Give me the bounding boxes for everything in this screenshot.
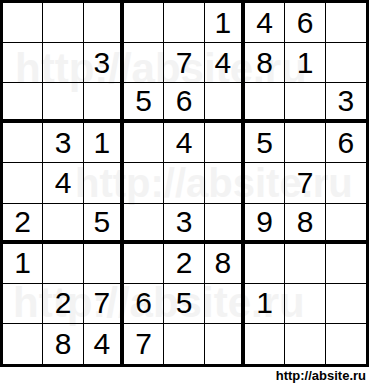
cell-r9c1[interactable] bbox=[3, 324, 43, 364]
cell-r3c8[interactable] bbox=[285, 83, 325, 123]
cell-r3c7[interactable] bbox=[245, 83, 285, 123]
cell-r3c5: 6 bbox=[164, 83, 204, 123]
cell-r8c5: 5 bbox=[164, 284, 204, 324]
cell-r4c8[interactable] bbox=[285, 123, 325, 163]
cell-r7c3[interactable] bbox=[84, 244, 124, 284]
cell-r3c1[interactable] bbox=[3, 83, 43, 123]
cell-r9c7[interactable] bbox=[245, 324, 285, 364]
cell-r6c1: 2 bbox=[3, 204, 43, 244]
cell-r6c7: 9 bbox=[245, 204, 285, 244]
cell-r9c8[interactable] bbox=[285, 324, 325, 364]
cell-r2c9[interactable] bbox=[326, 43, 366, 83]
cell-r6c2[interactable] bbox=[43, 204, 83, 244]
cell-r8c1[interactable] bbox=[3, 284, 43, 324]
cell-r7c9[interactable] bbox=[326, 244, 366, 284]
cell-r2c5: 7 bbox=[164, 43, 204, 83]
cell-r2c6: 4 bbox=[205, 43, 245, 83]
cell-r5c1[interactable] bbox=[3, 163, 43, 203]
cell-r2c2[interactable] bbox=[43, 43, 83, 83]
cell-r6c4[interactable] bbox=[124, 204, 164, 244]
cell-r8c2: 2 bbox=[43, 284, 83, 324]
cell-r3c9: 3 bbox=[326, 83, 366, 123]
cell-r8c3: 7 bbox=[84, 284, 124, 324]
cell-r4c3: 1 bbox=[84, 123, 124, 163]
cell-r2c8: 1 bbox=[285, 43, 325, 83]
cell-r7c4[interactable] bbox=[124, 244, 164, 284]
cell-r2c3: 3 bbox=[84, 43, 124, 83]
cell-r3c2[interactable] bbox=[43, 83, 83, 123]
cell-r6c6[interactable] bbox=[205, 204, 245, 244]
cell-r6c8: 8 bbox=[285, 204, 325, 244]
cell-r7c5: 2 bbox=[164, 244, 204, 284]
cell-r9c5[interactable] bbox=[164, 324, 204, 364]
cell-r7c6: 8 bbox=[205, 244, 245, 284]
cell-r4c2: 3 bbox=[43, 123, 83, 163]
cell-r9c2: 8 bbox=[43, 324, 83, 364]
cell-r5c4[interactable] bbox=[124, 163, 164, 203]
cell-r6c9[interactable] bbox=[326, 204, 366, 244]
site-url-caption: http://absite.ru bbox=[0, 366, 367, 384]
cell-r1c6: 1 bbox=[205, 3, 245, 43]
cell-r8c4: 6 bbox=[124, 284, 164, 324]
cell-r9c3: 4 bbox=[84, 324, 124, 364]
cell-r4c9: 6 bbox=[326, 123, 366, 163]
cell-r8c8[interactable] bbox=[285, 284, 325, 324]
cell-r5c2: 4 bbox=[43, 163, 83, 203]
cell-r7c2[interactable] bbox=[43, 244, 83, 284]
cell-r5c8: 7 bbox=[285, 163, 325, 203]
cell-r4c7: 5 bbox=[245, 123, 285, 163]
cell-r5c7[interactable] bbox=[245, 163, 285, 203]
cell-r5c3[interactable] bbox=[84, 163, 124, 203]
cell-r1c2[interactable] bbox=[43, 3, 83, 43]
cell-r1c5[interactable] bbox=[164, 3, 204, 43]
cell-r8c9[interactable] bbox=[326, 284, 366, 324]
cell-r3c6[interactable] bbox=[205, 83, 245, 123]
cell-r4c4[interactable] bbox=[124, 123, 164, 163]
sudoku-grid: 1463748156331456472539812827651847 bbox=[3, 3, 366, 364]
cell-r7c7[interactable] bbox=[245, 244, 285, 284]
cell-r1c1[interactable] bbox=[3, 3, 43, 43]
cell-r5c9[interactable] bbox=[326, 163, 366, 203]
cell-r3c3[interactable] bbox=[84, 83, 124, 123]
cell-r9c6[interactable] bbox=[205, 324, 245, 364]
cell-r9c9[interactable] bbox=[326, 324, 366, 364]
cell-r9c4: 7 bbox=[124, 324, 164, 364]
cell-r1c9[interactable] bbox=[326, 3, 366, 43]
cell-r2c4[interactable] bbox=[124, 43, 164, 83]
cell-r4c5: 4 bbox=[164, 123, 204, 163]
cell-r8c6[interactable] bbox=[205, 284, 245, 324]
cell-r5c5[interactable] bbox=[164, 163, 204, 203]
cell-r3c4: 5 bbox=[124, 83, 164, 123]
cell-r1c3[interactable] bbox=[84, 3, 124, 43]
cell-r6c3: 5 bbox=[84, 204, 124, 244]
cell-r2c7: 8 bbox=[245, 43, 285, 83]
cell-r2c1[interactable] bbox=[3, 43, 43, 83]
cell-r8c7: 1 bbox=[245, 284, 285, 324]
sudoku-page: http://absite.ru http://absite.ru http:/… bbox=[0, 0, 369, 384]
cell-r7c1: 1 bbox=[3, 244, 43, 284]
cell-r6c5: 3 bbox=[164, 204, 204, 244]
sudoku-board: http://absite.ru http://absite.ru http:/… bbox=[0, 0, 369, 367]
cell-r4c1[interactable] bbox=[3, 123, 43, 163]
cell-r1c7: 4 bbox=[245, 3, 285, 43]
cell-r4c6[interactable] bbox=[205, 123, 245, 163]
cell-r5c6[interactable] bbox=[205, 163, 245, 203]
cell-r1c4[interactable] bbox=[124, 3, 164, 43]
cell-r1c8: 6 bbox=[285, 3, 325, 43]
cell-r7c8[interactable] bbox=[285, 244, 325, 284]
